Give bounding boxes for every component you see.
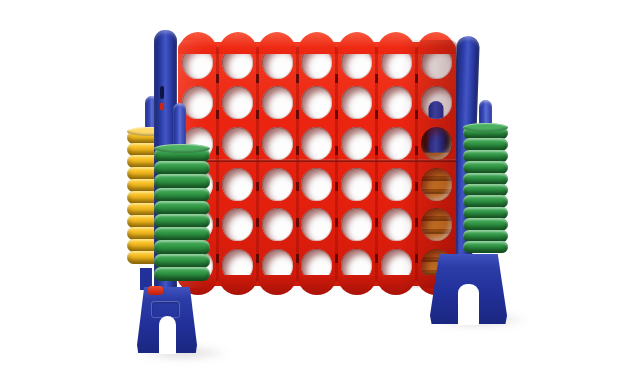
scallop-top — [376, 32, 416, 54]
column-divider — [415, 47, 418, 281]
green-disc — [463, 138, 508, 150]
board-cell[interactable] — [297, 164, 337, 205]
board-cell[interactable] — [377, 83, 417, 124]
board-hole — [301, 86, 332, 119]
board-hole — [222, 168, 253, 201]
board-hole — [301, 168, 332, 201]
board-cell[interactable] — [218, 123, 258, 164]
board-cell[interactable] — [297, 205, 337, 246]
board-hole — [182, 86, 213, 119]
scallop-top — [178, 32, 218, 54]
board-hole — [262, 168, 293, 201]
scallop-top — [257, 32, 297, 54]
board-cell[interactable] — [416, 164, 456, 205]
scallop-top — [218, 32, 258, 54]
green-disc — [154, 161, 210, 175]
board-cell[interactable] — [377, 123, 417, 164]
board-hole — [222, 127, 253, 160]
column-divider — [256, 47, 259, 281]
column-divider — [335, 47, 338, 281]
green-disc — [154, 201, 210, 215]
leg-embossed-label — [151, 301, 180, 318]
green-disc — [154, 188, 210, 202]
upright-red-latch-icon — [160, 103, 164, 110]
board-hole — [421, 86, 452, 119]
leg-arch-right — [458, 284, 479, 325]
board-cell[interactable] — [337, 164, 377, 205]
upright-slot-icon — [160, 86, 164, 99]
green-disc — [463, 218, 508, 230]
board — [178, 42, 456, 286]
disc-stack-green-right[interactable] — [463, 123, 508, 253]
scallop-bottom — [337, 275, 377, 295]
green-disc — [463, 161, 508, 173]
board-cell[interactable] — [377, 164, 417, 205]
board-cell[interactable] — [257, 123, 297, 164]
stack-top-cap — [154, 144, 210, 153]
board-cell[interactable] — [337, 123, 377, 164]
board-cell[interactable] — [416, 83, 456, 124]
board-hole — [301, 127, 332, 160]
board-cell[interactable] — [416, 205, 456, 246]
green-disc — [154, 254, 210, 268]
board-cell[interactable] — [337, 83, 377, 124]
board-hole — [341, 208, 372, 241]
scallop-top — [416, 32, 456, 54]
green-disc — [154, 214, 210, 228]
leg-red-clip-icon — [148, 286, 163, 295]
scallop-bottom — [376, 275, 416, 295]
board-hole — [421, 127, 452, 160]
post-tip-through-hole-icon — [429, 101, 444, 119]
board-hole — [222, 208, 253, 241]
scallop-bottom — [218, 275, 258, 295]
board-hole — [262, 86, 293, 119]
board-hole — [421, 168, 452, 201]
board-hole — [222, 86, 253, 119]
scallop-bottom — [297, 275, 337, 295]
column-divider — [216, 47, 219, 281]
leg-arch-left — [159, 316, 176, 354]
board-hole — [381, 127, 412, 160]
green-disc — [154, 267, 210, 281]
board-cell[interactable] — [297, 123, 337, 164]
board-hole — [381, 208, 412, 241]
board-cell[interactable] — [218, 205, 258, 246]
green-disc — [154, 240, 210, 254]
stack-top-cap — [463, 123, 508, 132]
board-cell[interactable] — [257, 164, 297, 205]
board-cell[interactable] — [377, 205, 417, 246]
board-hole — [341, 86, 372, 119]
green-disc — [463, 195, 508, 207]
board-cell[interactable] — [297, 83, 337, 124]
product-photo-scene — [0, 0, 640, 384]
disc-stack-green-left[interactable] — [154, 144, 210, 281]
board-cell[interactable] — [257, 205, 297, 246]
board-hole — [262, 127, 293, 160]
board-cell[interactable] — [416, 123, 456, 164]
green-disc — [154, 227, 210, 241]
green-disc — [463, 241, 508, 253]
scallop-top — [337, 32, 377, 54]
board-hole — [381, 86, 412, 119]
column-divider — [296, 47, 299, 281]
column-divider — [375, 47, 378, 281]
board-hole — [341, 168, 372, 201]
board-hole — [301, 208, 332, 241]
board-cell[interactable] — [218, 164, 258, 205]
board-hole — [341, 127, 372, 160]
scallop-top — [297, 32, 337, 54]
board-hole — [262, 208, 293, 241]
board-hole — [421, 208, 452, 241]
board-cell[interactable] — [337, 205, 377, 246]
board-cell[interactable] — [218, 83, 258, 124]
green-disc — [154, 174, 210, 188]
board-cell[interactable] — [257, 83, 297, 124]
board-hole — [381, 168, 412, 201]
scallop-bottom — [257, 275, 297, 295]
